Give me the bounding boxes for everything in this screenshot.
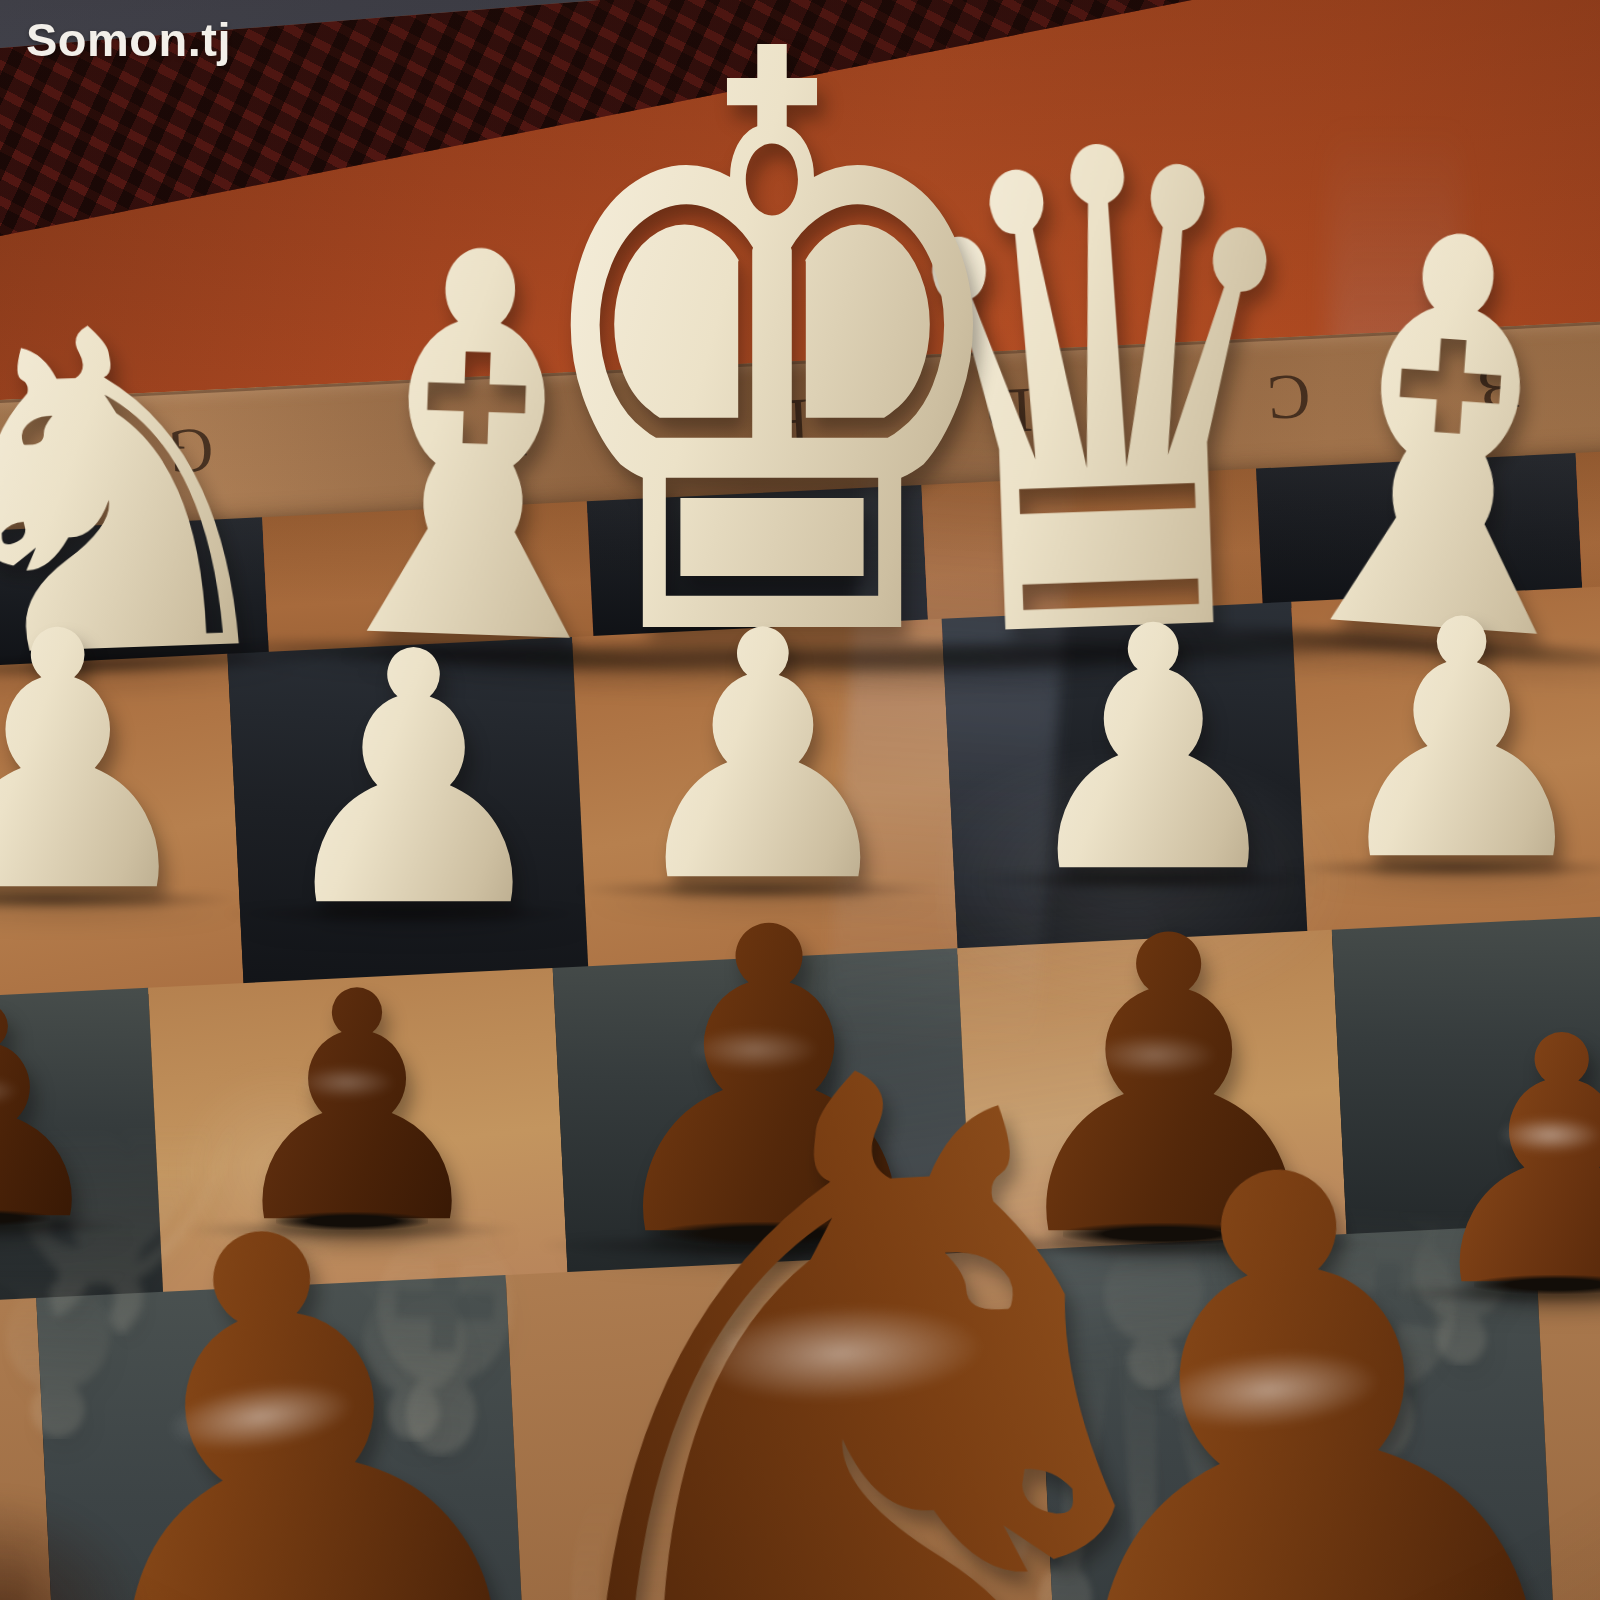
square-d3 xyxy=(957,930,1347,1259)
square-g1 xyxy=(0,517,269,674)
square-f4 xyxy=(36,1275,535,1600)
file-label-d: D xyxy=(985,378,1034,444)
watermark: Somon.tj xyxy=(26,12,231,67)
square-f3 xyxy=(148,968,568,1298)
chess-board: HGFEDCBA xyxy=(0,0,1600,1600)
square-c3 xyxy=(1332,912,1600,1240)
file-label-e: E xyxy=(768,389,810,455)
square-g3 xyxy=(0,988,163,1314)
square-d2 xyxy=(942,602,1308,955)
square-d4 xyxy=(1035,1225,1564,1600)
square-c1 xyxy=(1256,453,1583,609)
file-label-g: G xyxy=(166,418,215,484)
file-label-b: B xyxy=(1476,354,1522,420)
file-label-f: F xyxy=(490,402,529,468)
square-g2 xyxy=(0,654,244,1006)
square-f2 xyxy=(227,637,588,989)
square-d1 xyxy=(921,469,1262,626)
file-label-c: C xyxy=(1266,364,1312,430)
square-f1 xyxy=(262,501,593,658)
square-e3 xyxy=(553,948,973,1278)
square-c2 xyxy=(1291,585,1600,937)
scene: HGFEDCBA ♝♝♛♛♝♝♚♚♞♞♟♟♟♟♟♟♟♟♟♟♟♟♟♟♟♟♟♟♟♟♟… xyxy=(0,0,1600,1600)
square-e2 xyxy=(572,619,958,973)
square-e4 xyxy=(506,1249,1065,1600)
square-e1 xyxy=(587,485,928,642)
